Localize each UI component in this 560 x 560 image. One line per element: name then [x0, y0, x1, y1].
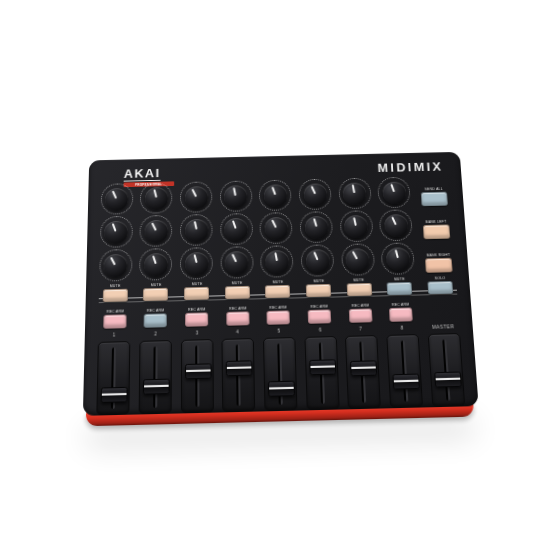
fader-4[interactable]	[222, 338, 256, 412]
bank-right-cell: BANK RIGHT	[417, 240, 460, 275]
knob-tick-ring	[339, 210, 373, 242]
knob-r2-c4[interactable]	[224, 217, 248, 240]
send-all-cell: SEND ALL	[413, 175, 455, 208]
knob-r2-c3[interactable]	[185, 218, 209, 241]
knob-pointer	[381, 210, 412, 240]
channel-number-8-text: 8	[400, 325, 403, 330]
mute-button-5-cell: MUTE	[257, 278, 298, 304]
mute-button-4-label-text: MUTE	[232, 281, 243, 285]
channel-number-4: 4	[217, 325, 258, 338]
channel-number-2-text: 2	[154, 331, 157, 336]
channel-number-1: 1	[94, 328, 135, 341]
knob-cell	[256, 211, 297, 245]
mute-button-5[interactable]	[265, 285, 290, 298]
knob-r1-c5[interactable]	[264, 184, 288, 207]
fader-8-cell	[382, 334, 428, 408]
knob-cell	[377, 241, 419, 276]
knob-pointer	[261, 213, 292, 243]
knob-pointer	[261, 181, 291, 209]
channel-number-8: 8	[381, 321, 423, 334]
mute-button-4[interactable]	[225, 286, 250, 299]
knob-tick-ring	[381, 242, 415, 274]
fader-4-cell	[217, 338, 260, 413]
rec-arm-button-6-label-text: REC ARM	[310, 305, 328, 309]
solo-button[interactable]	[428, 281, 454, 294]
knob-tick-ring	[99, 249, 132, 282]
knob-tick-ring	[378, 177, 412, 208]
knob-cell	[375, 208, 417, 242]
knob-pointer	[101, 217, 131, 246]
rec-row-spacer	[421, 299, 463, 321]
knob-cell	[255, 179, 295, 212]
rec-arm-button-7-cell: REC ARM	[339, 301, 381, 323]
model-name: MIDIMIX	[377, 160, 444, 175]
knob-pointer	[182, 216, 210, 243]
knob-tick-ring	[301, 244, 335, 277]
mute-button-2-cell: MUTE	[135, 281, 176, 307]
controller-top-panel: AKAI PROFESSIONAL MIDIMIX SEND ALLBANK L…	[83, 152, 479, 416]
knob-tick-ring	[259, 180, 292, 211]
knob-cell	[95, 248, 136, 283]
fader-2[interactable]	[139, 340, 172, 414]
fader-8-slot	[401, 340, 409, 401]
bank-left-button[interactable]	[423, 224, 451, 239]
mute-button-7[interactable]	[347, 283, 373, 296]
mute-button-5-label-text: MUTE	[272, 280, 283, 284]
knob-pointer	[302, 213, 331, 241]
fader-3-cell	[176, 339, 218, 414]
rec-arm-button-6[interactable]	[308, 309, 332, 323]
rec-arm-button-2-label-text: REC ARM	[147, 309, 165, 313]
knob-r1-c1[interactable]	[105, 187, 129, 210]
knob-r1-c7[interactable]	[343, 182, 367, 205]
fader-2-slot	[153, 346, 157, 407]
knob-tick-ring	[180, 247, 213, 280]
master-fader-cap[interactable]	[434, 371, 462, 387]
rec-arm-button-8-cell: REC ARM	[380, 300, 422, 322]
knob-pointer	[182, 249, 211, 277]
rec-arm-button-4-label-text: REC ARM	[229, 307, 247, 311]
fader-7-cell	[341, 335, 386, 409]
rec-arm-button-2-cell: REC ARM	[135, 306, 176, 328]
knob-pointer	[102, 184, 133, 214]
knob-pointer	[302, 246, 333, 276]
knob-tick-ring	[140, 182, 172, 213]
knob-pointer	[142, 184, 170, 211]
knob-pointer	[342, 244, 374, 275]
knob-pointer	[141, 250, 171, 280]
rec-arm-button-1-label-text: REC ARM	[106, 310, 124, 314]
fader-4-cap[interactable]	[226, 360, 253, 376]
channel-number-4-text: 4	[236, 329, 239, 334]
fader-1-cap[interactable]	[101, 386, 128, 402]
fader-5[interactable]	[263, 337, 298, 411]
mute-button-2-label-text: MUTE	[151, 283, 162, 287]
rec-arm-button-7-label-text: REC ARM	[351, 304, 369, 308]
knob-tick-ring	[220, 246, 253, 279]
knob-tick-ring	[260, 212, 293, 244]
knob-r3-c6[interactable]	[305, 249, 330, 273]
knob-pointer	[221, 247, 253, 278]
knob-pointer	[342, 213, 370, 240]
brand-text: AKAI	[124, 167, 161, 182]
fader-1-cell	[92, 341, 135, 416]
fader-row	[92, 333, 469, 416]
rec-arm-button-1[interactable]	[103, 314, 126, 328]
rec-arm-button-8[interactable]	[389, 307, 413, 321]
knob-r1-c8[interactable]	[382, 181, 407, 204]
knob-pointer	[222, 183, 249, 209]
knob-cell	[176, 213, 216, 247]
knob-tick-ring	[338, 178, 372, 209]
knob-r2-c6[interactable]	[304, 215, 328, 238]
master-fader-cell	[423, 333, 469, 407]
rec-arm-button-4[interactable]	[226, 311, 249, 325]
knob-r3-c2[interactable]	[144, 252, 168, 276]
channel-number-5: 5	[258, 324, 299, 337]
mute-button-7-label-text: MUTE	[353, 278, 364, 282]
rec-arm-button-3-cell: REC ARM	[176, 305, 217, 327]
mute-button-6[interactable]	[306, 284, 331, 297]
fader-8[interactable]	[386, 334, 423, 408]
fader-8-cap[interactable]	[392, 373, 419, 389]
knob-cell	[295, 178, 336, 211]
knob-tick-ring	[180, 214, 213, 246]
knob-cell	[257, 244, 298, 279]
mute-button-2[interactable]	[143, 288, 168, 301]
knob-pointer	[100, 250, 132, 282]
fader-7[interactable]	[345, 335, 381, 409]
mute-button-1-label-text: MUTE	[110, 284, 121, 288]
mute-button-3-label-text: MUTE	[191, 282, 202, 286]
knob-r2-c2[interactable]	[144, 219, 168, 242]
knob-tick-ring	[100, 183, 133, 214]
send-all-button[interactable]	[421, 192, 448, 207]
rec-arm-button-2[interactable]	[144, 313, 167, 327]
bank-left-cell: BANK LEFT	[415, 207, 457, 241]
knob-pointer	[300, 180, 331, 209]
knob-pointer	[380, 179, 410, 207]
fader-2-cap[interactable]	[143, 379, 170, 395]
rec-arm-button-7[interactable]	[349, 308, 373, 322]
mute-button-6-label-text: MUTE	[313, 279, 324, 283]
rec-arm-button-5[interactable]	[267, 310, 290, 324]
fader-5-cell	[259, 337, 302, 411]
control-panel: SEND ALLBANK LEFTBANK RIGHT MUTEMUTEMUTE…	[92, 175, 469, 416]
knob-cell	[217, 245, 258, 280]
product-photo: AKAI PROFESSIONAL MIDIMIX SEND ALLBANK L…	[0, 0, 560, 560]
rec-arm-button-5-cell: REC ARM	[258, 303, 299, 325]
knob-r3-c8[interactable]	[386, 247, 411, 271]
knob-r1-c4[interactable]	[224, 185, 248, 208]
knob-tick-ring	[140, 215, 173, 247]
mute-button-3[interactable]	[184, 287, 209, 300]
knob-r3-c4[interactable]	[225, 251, 249, 275]
master-fader-slot	[442, 339, 450, 400]
knob-tick-ring	[220, 180, 253, 211]
knob-pointer	[384, 245, 413, 273]
knob-cell	[176, 246, 217, 281]
channel-number-7: 7	[340, 322, 382, 335]
knob-cell	[137, 181, 177, 215]
rec-arm-button-8-label-text: REC ARM	[392, 303, 410, 307]
fader-2-cell	[134, 340, 176, 415]
mute-button-4-cell: MUTE	[217, 279, 258, 305]
knob-cell	[296, 210, 337, 244]
mute-button-8-label-text: MUTE	[394, 277, 405, 281]
solo-button-cell: SOLO	[419, 274, 461, 300]
knob-r3-c1[interactable]	[104, 253, 128, 277]
knob-tick-ring	[261, 245, 295, 278]
knob-cell	[176, 180, 216, 213]
rec-arm-button-4-cell: REC ARM	[217, 304, 258, 326]
knob-tick-ring	[220, 213, 253, 245]
rec-arm-button-3-label-text: REC ARM	[188, 308, 206, 312]
knob-r1-c2[interactable]	[145, 187, 169, 210]
knob-pointer	[221, 215, 251, 244]
channel-number-3-text: 3	[195, 330, 198, 335]
knob-cell	[136, 214, 176, 248]
knob-tick-ring	[100, 216, 133, 248]
knob-r2-c8[interactable]	[384, 214, 409, 237]
fader-6-cap[interactable]	[309, 359, 336, 375]
knob-tick-ring	[341, 243, 375, 276]
send-all-label-text: SEND ALL	[425, 187, 443, 191]
master-fader[interactable]	[427, 333, 465, 407]
knob-cell	[337, 242, 379, 277]
knob-r2-c5[interactable]	[264, 216, 288, 239]
knob-tick-ring	[140, 248, 173, 281]
knob-cell	[374, 176, 415, 209]
knob-tick-ring	[180, 181, 212, 212]
rec-arm-button-5-label-text: REC ARM	[269, 306, 287, 310]
fader-3[interactable]	[181, 339, 214, 413]
knob-cell	[334, 177, 375, 210]
channel-number-3: 3	[176, 326, 217, 339]
channel-number-2: 2	[135, 327, 176, 340]
fader-7-cap[interactable]	[350, 360, 377, 376]
knob-cell	[336, 209, 377, 243]
fader-3-cap[interactable]	[185, 363, 212, 379]
knob-r3-c7[interactable]	[345, 248, 370, 272]
master-label: MASTER	[422, 320, 464, 333]
bank-right-button[interactable]	[425, 258, 453, 273]
knob-cell	[97, 182, 137, 216]
channel-number-1-text: 1	[113, 332, 116, 337]
mute-button-8[interactable]	[387, 282, 413, 295]
mute-button-1[interactable]	[103, 289, 128, 302]
knob-tick-ring	[300, 211, 334, 243]
knob-tick-ring	[379, 209, 413, 241]
knob-cell	[297, 243, 339, 278]
knob-tick-ring	[299, 179, 332, 210]
knob-pointer	[141, 216, 173, 247]
midi-controller: AKAI PROFESSIONAL MIDIMIX SEND ALLBANK L…	[82, 152, 479, 431]
knob-grid: SEND ALLBANK LEFTBANK RIGHT	[95, 175, 460, 283]
knob-cell	[216, 212, 256, 246]
knob-r2-c1[interactable]	[104, 220, 128, 243]
mute-button-7-cell: MUTE	[338, 276, 380, 302]
fader-1[interactable]	[97, 341, 131, 415]
knob-r3-c3[interactable]	[185, 252, 209, 276]
knob-cell	[96, 215, 137, 249]
bank-right-label-text: BANK RIGHT	[426, 253, 450, 257]
mute-button-8-cell: MUTE	[379, 275, 421, 301]
bank-left-label-text: BANK LEFT	[426, 220, 447, 224]
rec-arm-button-1-cell: REC ARM	[94, 307, 135, 329]
mute-button-6-cell: MUTE	[298, 277, 340, 303]
rec-arm-button-3[interactable]	[185, 312, 208, 326]
knob-pointer	[341, 181, 368, 207]
knob-r3-c5[interactable]	[265, 250, 289, 274]
fader-6[interactable]	[304, 336, 339, 410]
channel-number-6: 6	[299, 323, 340, 336]
channel-number-6-text: 6	[318, 327, 321, 332]
master-label-text: MASTER	[432, 324, 454, 329]
knob-r2-c7[interactable]	[344, 215, 369, 238]
fader-6-cell	[300, 336, 344, 410]
solo-button-label-text: SOLO	[434, 276, 445, 280]
mute-button-3-cell: MUTE	[176, 280, 217, 306]
rec-arm-button-6-cell: REC ARM	[299, 302, 341, 324]
knob-cell	[136, 247, 177, 282]
knob-pointer	[263, 248, 291, 275]
fader-5-cap[interactable]	[268, 380, 295, 396]
knob-r1-c3[interactable]	[185, 186, 209, 209]
knob-pointer	[181, 182, 212, 212]
knob-cell	[216, 179, 256, 212]
knob-r1-c6[interactable]	[303, 183, 327, 206]
channel-number-5-text: 5	[277, 328, 280, 333]
mute-button-1-cell: MUTE	[95, 282, 136, 308]
channel-number-7-text: 7	[359, 326, 362, 331]
